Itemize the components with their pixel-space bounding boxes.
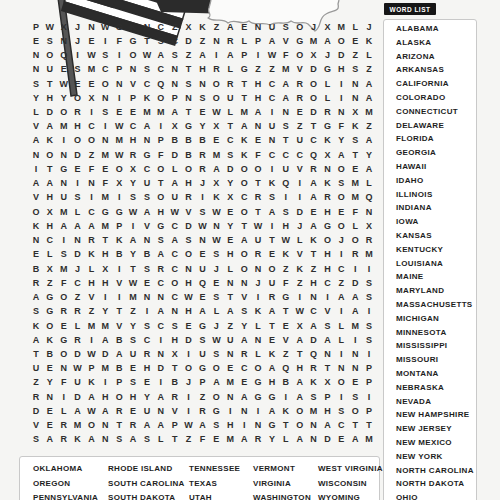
grid-cell[interactable]: X — [126, 162, 140, 176]
grid-cell[interactable]: N — [182, 262, 196, 276]
grid-cell[interactable]: W — [168, 205, 182, 219]
grid-cell[interactable]: N — [126, 63, 140, 77]
grid-cell[interactable]: E — [98, 162, 112, 176]
grid-cell[interactable]: I — [112, 191, 126, 205]
grid-cell[interactable]: A — [320, 419, 334, 433]
grid-cell[interactable]: L — [43, 248, 57, 262]
grid-cell[interactable]: I — [362, 347, 376, 361]
grid-cell[interactable]: X — [320, 376, 334, 390]
grid-cell[interactable]: O — [98, 77, 112, 91]
grid-cell[interactable]: Z — [85, 148, 99, 162]
grid-cell[interactable]: S — [168, 319, 182, 333]
grid-cell[interactable]: I — [112, 91, 126, 105]
grid-cell[interactable]: A — [71, 404, 85, 418]
grid-cell[interactable]: C — [320, 276, 334, 290]
grid-cell[interactable]: S — [140, 262, 154, 276]
grid-cell[interactable]: N — [251, 120, 265, 134]
grid-cell[interactable]: L — [334, 319, 348, 333]
grid-cell[interactable]: K — [293, 262, 307, 276]
grid-cell[interactable]: U — [223, 333, 237, 347]
grid-cell[interactable]: O — [57, 347, 71, 361]
grid-cell[interactable]: A — [154, 48, 168, 62]
grid-cell[interactable]: E — [348, 162, 362, 176]
grid-cell[interactable]: M — [362, 433, 376, 447]
grid-cell[interactable]: A — [154, 305, 168, 319]
grid-cell[interactable]: E — [71, 162, 85, 176]
grid-cell[interactable]: K — [196, 20, 210, 34]
grid-cell[interactable]: O — [237, 162, 251, 176]
grid-cell[interactable]: T — [265, 234, 279, 248]
grid-cell[interactable]: G — [154, 219, 168, 233]
grid-cell[interactable]: I — [182, 347, 196, 361]
grid-cell[interactable]: Q — [362, 191, 376, 205]
grid-cell[interactable]: M — [98, 362, 112, 376]
grid-cell[interactable]: I — [265, 219, 279, 233]
grid-cell[interactable]: H — [85, 276, 99, 290]
grid-cell[interactable]: M — [237, 105, 251, 119]
grid-cell[interactable]: J — [362, 20, 376, 34]
grid-cell[interactable]: I — [293, 191, 307, 205]
grid-cell[interactable]: H — [320, 262, 334, 276]
grid-cell[interactable]: Y — [223, 177, 237, 191]
grid-cell[interactable]: S — [57, 248, 71, 262]
grid-cell[interactable]: B — [112, 248, 126, 262]
grid-cell[interactable]: A — [237, 433, 251, 447]
grid-cell[interactable]: C — [168, 290, 182, 304]
grid-cell[interactable]: P — [168, 419, 182, 433]
grid-cell[interactable]: Z — [251, 63, 265, 77]
grid-cell[interactable]: C — [140, 333, 154, 347]
grid-cell[interactable]: T — [237, 219, 251, 233]
grid-cell[interactable]: D — [334, 48, 348, 62]
grid-cell[interactable]: C — [307, 134, 321, 148]
grid-cell[interactable]: X — [168, 120, 182, 134]
grid-cell[interactable]: S — [320, 319, 334, 333]
grid-cell[interactable]: F — [57, 276, 71, 290]
grid-cell[interactable]: N — [140, 134, 154, 148]
grid-cell[interactable]: C — [293, 148, 307, 162]
grid-cell[interactable]: R — [126, 419, 140, 433]
grid-cell[interactable]: E — [182, 319, 196, 333]
grid-cell[interactable]: A — [237, 234, 251, 248]
grid-cell[interactable]: H — [43, 91, 57, 105]
grid-cell[interactable]: H — [320, 248, 334, 262]
grid-cell[interactable]: F — [57, 376, 71, 390]
grid-cell[interactable]: E — [196, 105, 210, 119]
grid-cell[interactable]: A — [196, 48, 210, 62]
grid-cell[interactable]: M — [223, 376, 237, 390]
grid-cell[interactable]: H — [98, 390, 112, 404]
grid-cell[interactable]: V — [293, 63, 307, 77]
grid-cell[interactable]: O — [237, 262, 251, 276]
grid-cell[interactable]: N — [307, 290, 321, 304]
grid-cell[interactable]: O — [154, 162, 168, 176]
grid-cell[interactable]: W — [140, 48, 154, 62]
grid-cell[interactable]: Y — [126, 248, 140, 262]
grid-cell[interactable]: T — [112, 419, 126, 433]
grid-cell[interactable]: H — [223, 248, 237, 262]
grid-cell[interactable]: M — [98, 219, 112, 233]
grid-cell[interactable]: B — [168, 134, 182, 148]
grid-cell[interactable]: V — [293, 162, 307, 176]
grid-cell[interactable]: E — [265, 333, 279, 347]
grid-cell[interactable]: S — [279, 205, 293, 219]
grid-cell[interactable]: F — [279, 48, 293, 62]
grid-cell[interactable]: I — [348, 333, 362, 347]
grid-cell[interactable]: Y — [237, 319, 251, 333]
grid-cell[interactable]: S — [279, 120, 293, 134]
grid-cell[interactable]: S — [362, 276, 376, 290]
grid-cell[interactable]: N — [334, 362, 348, 376]
grid-cell[interactable]: B — [182, 148, 196, 162]
grid-cell[interactable]: S — [265, 191, 279, 205]
grid-cell[interactable]: T — [43, 77, 57, 91]
grid-cell[interactable]: V — [29, 419, 43, 433]
grid-cell[interactable]: D — [71, 390, 85, 404]
grid-cell[interactable]: N — [29, 148, 43, 162]
grid-cell[interactable]: I — [98, 290, 112, 304]
grid-cell[interactable]: R — [71, 105, 85, 119]
grid-cell[interactable]: C — [279, 148, 293, 162]
grid-cell[interactable]: K — [237, 134, 251, 148]
grid-cell[interactable]: J — [251, 276, 265, 290]
grid-cell[interactable]: O — [293, 404, 307, 418]
grid-cell[interactable]: X — [209, 120, 223, 134]
grid-cell[interactable]: R — [251, 433, 265, 447]
grid-cell[interactable]: T — [251, 177, 265, 191]
grid-cell[interactable]: P — [196, 376, 210, 390]
grid-cell[interactable]: S — [182, 234, 196, 248]
grid-cell[interactable]: U — [265, 276, 279, 290]
grid-cell[interactable]: R — [182, 191, 196, 205]
grid-cell[interactable]: H — [265, 376, 279, 390]
grid-cell[interactable]: J — [293, 219, 307, 233]
grid-cell[interactable]: J — [334, 234, 348, 248]
grid-cell[interactable]: X — [320, 148, 334, 162]
grid-cell[interactable]: E — [348, 34, 362, 48]
grid-cell[interactable]: P — [362, 404, 376, 418]
grid-cell[interactable]: T — [279, 305, 293, 319]
grid-cell[interactable]: O — [209, 390, 223, 404]
grid-cell[interactable]: K — [112, 234, 126, 248]
grid-cell[interactable]: I — [251, 290, 265, 304]
grid-cell[interactable]: A — [29, 177, 43, 191]
grid-cell[interactable]: G — [196, 362, 210, 376]
grid-cell[interactable]: X — [182, 20, 196, 34]
grid-cell[interactable]: P — [112, 376, 126, 390]
grid-cell[interactable]: C — [307, 305, 321, 319]
grid-cell[interactable]: O — [320, 234, 334, 248]
grid-cell[interactable]: K — [43, 333, 57, 347]
grid-cell[interactable]: O — [43, 48, 57, 62]
grid-cell[interactable]: T — [362, 419, 376, 433]
grid-cell[interactable]: C — [154, 276, 168, 290]
grid-cell[interactable]: A — [209, 162, 223, 176]
grid-cell[interactable]: R — [196, 162, 210, 176]
grid-cell[interactable]: D — [98, 347, 112, 361]
grid-cell[interactable]: A — [293, 433, 307, 447]
grid-cell[interactable]: A — [126, 433, 140, 447]
grid-cell[interactable]: U — [168, 191, 182, 205]
grid-cell[interactable]: N — [168, 77, 182, 91]
grid-cell[interactable]: I — [334, 347, 348, 361]
grid-cell[interactable]: A — [293, 333, 307, 347]
grid-cell[interactable]: A — [43, 120, 57, 134]
grid-cell[interactable]: O — [43, 148, 57, 162]
grid-cell[interactable]: A — [362, 134, 376, 148]
grid-cell[interactable]: T — [265, 319, 279, 333]
grid-cell[interactable]: K — [43, 134, 57, 148]
grid-cell[interactable]: T — [237, 77, 251, 91]
grid-cell[interactable]: Z — [209, 20, 223, 34]
grid-cell[interactable]: Z — [362, 63, 376, 77]
grid-cell[interactable]: V — [320, 305, 334, 319]
grid-cell[interactable]: O — [293, 48, 307, 62]
grid-cell[interactable]: H — [43, 191, 57, 205]
grid-cell[interactable]: S — [98, 105, 112, 119]
grid-cell[interactable]: J — [307, 20, 321, 34]
grid-cell[interactable]: A — [85, 219, 99, 233]
grid-cell[interactable]: X — [293, 319, 307, 333]
grid-cell[interactable]: N — [196, 77, 210, 91]
grid-cell[interactable]: X — [320, 20, 334, 34]
grid-cell[interactable]: M — [348, 191, 362, 205]
grid-cell[interactable]: V — [112, 319, 126, 333]
grid-cell[interactable]: J — [71, 34, 85, 48]
grid-cell[interactable]: E — [196, 290, 210, 304]
grid-cell[interactable]: K — [29, 319, 43, 333]
grid-cell[interactable]: G — [251, 376, 265, 390]
grid-cell[interactable]: S — [348, 63, 362, 77]
grid-cell[interactable]: G — [320, 120, 334, 134]
grid-cell[interactable]: A — [334, 148, 348, 162]
grid-cell[interactable]: S — [196, 205, 210, 219]
grid-cell[interactable]: A — [140, 205, 154, 219]
grid-cell[interactable]: I — [334, 248, 348, 262]
grid-cell[interactable]: Z — [85, 305, 99, 319]
grid-cell[interactable]: G — [265, 419, 279, 433]
grid-cell[interactable]: O — [182, 248, 196, 262]
grid-cell[interactable]: E — [29, 248, 43, 262]
grid-cell[interactable]: L — [209, 305, 223, 319]
grid-cell[interactable]: C — [265, 91, 279, 105]
grid-cell[interactable]: C — [140, 77, 154, 91]
grid-cell[interactable]: W — [182, 419, 196, 433]
grid-cell[interactable]: I — [320, 290, 334, 304]
grid-cell[interactable]: C — [168, 248, 182, 262]
grid-cell[interactable]: H — [98, 276, 112, 290]
grid-cell[interactable]: N — [98, 433, 112, 447]
grid-cell[interactable]: C — [154, 63, 168, 77]
grid-cell[interactable]: R — [29, 390, 43, 404]
grid-cell[interactable]: O — [112, 390, 126, 404]
grid-cell[interactable]: G — [320, 63, 334, 77]
grid-cell[interactable]: N — [182, 91, 196, 105]
grid-cell[interactable]: K — [279, 404, 293, 418]
grid-cell[interactable]: K — [362, 34, 376, 48]
grid-cell[interactable]: A — [279, 77, 293, 91]
grid-cell[interactable]: W — [251, 219, 265, 233]
grid-cell[interactable]: S — [29, 433, 43, 447]
grid-cell[interactable]: R — [85, 234, 99, 248]
grid-cell[interactable]: G — [320, 219, 334, 233]
grid-cell[interactable]: A — [265, 205, 279, 219]
grid-cell[interactable]: E — [140, 276, 154, 290]
grid-cell[interactable]: N — [348, 77, 362, 91]
grid-cell[interactable]: C — [168, 219, 182, 233]
grid-cell[interactable]: T — [168, 362, 182, 376]
grid-cell[interactable]: I — [98, 376, 112, 390]
grid-cell[interactable]: Z — [307, 262, 321, 276]
grid-cell[interactable]: H — [320, 205, 334, 219]
grid-cell[interactable]: M — [98, 319, 112, 333]
grid-cell[interactable]: O — [237, 248, 251, 262]
grid-cell[interactable]: E — [29, 34, 43, 48]
grid-cell[interactable]: E — [43, 362, 57, 376]
grid-cell[interactable]: O — [334, 34, 348, 48]
grid-cell[interactable]: A — [362, 91, 376, 105]
grid-cell[interactable]: O — [57, 105, 71, 119]
grid-cell[interactable]: I — [362, 305, 376, 319]
grid-cell[interactable]: S — [168, 48, 182, 62]
grid-cell[interactable]: K — [71, 433, 85, 447]
grid-cell[interactable]: P — [362, 362, 376, 376]
grid-cell[interactable]: C — [168, 262, 182, 276]
grid-cell[interactable]: Z — [43, 276, 57, 290]
grid-cell[interactable]: D — [307, 333, 321, 347]
grid-cell[interactable]: S — [140, 63, 154, 77]
grid-cell[interactable]: F — [334, 120, 348, 134]
grid-cell[interactable]: S — [348, 134, 362, 148]
grid-cell[interactable]: O — [154, 191, 168, 205]
grid-cell[interactable]: X — [209, 177, 223, 191]
grid-cell[interactable]: A — [29, 134, 43, 148]
grid-cell[interactable]: E — [293, 105, 307, 119]
grid-cell[interactable]: R — [71, 305, 85, 319]
grid-cell[interactable]: A — [293, 390, 307, 404]
grid-cell[interactable]: E — [307, 205, 321, 219]
grid-cell[interactable]: L — [71, 205, 85, 219]
grid-cell[interactable]: R — [320, 105, 334, 119]
grid-cell[interactable]: M — [348, 319, 362, 333]
grid-cell[interactable]: N — [140, 234, 154, 248]
grid-cell[interactable]: G — [43, 305, 57, 319]
grid-cell[interactable]: A — [196, 305, 210, 319]
grid-cell[interactable]: Z — [196, 390, 210, 404]
grid-cell[interactable]: A — [237, 390, 251, 404]
grid-cell[interactable]: H — [168, 333, 182, 347]
grid-cell[interactable]: K — [348, 120, 362, 134]
grid-cell[interactable]: E — [223, 362, 237, 376]
grid-cell[interactable]: H — [334, 63, 348, 77]
grid-cell[interactable]: X — [168, 347, 182, 361]
grid-cell[interactable]: U — [140, 177, 154, 191]
grid-cell[interactable]: E — [209, 433, 223, 447]
grid-cell[interactable]: S — [140, 191, 154, 205]
grid-cell[interactable]: I — [223, 404, 237, 418]
grid-cell[interactable]: O — [182, 362, 196, 376]
grid-cell[interactable]: D — [71, 347, 85, 361]
grid-cell[interactable]: W — [85, 48, 99, 62]
grid-cell[interactable]: O — [71, 134, 85, 148]
grid-cell[interactable]: Z — [362, 120, 376, 134]
grid-cell[interactable]: E — [209, 134, 223, 148]
grid-cell[interactable]: X — [98, 262, 112, 276]
grid-cell[interactable]: V — [293, 248, 307, 262]
grid-cell[interactable]: I — [57, 134, 71, 148]
grid-cell[interactable]: E — [57, 63, 71, 77]
grid-cell[interactable]: N — [29, 63, 43, 77]
grid-cell[interactable]: K — [251, 305, 265, 319]
grid-cell[interactable]: F — [98, 177, 112, 191]
grid-cell[interactable]: V — [279, 34, 293, 48]
grid-cell[interactable]: O — [307, 77, 321, 91]
grid-cell[interactable]: A — [85, 433, 99, 447]
grid-cell[interactable]: D — [182, 333, 196, 347]
grid-cell[interactable]: T — [182, 63, 196, 77]
grid-cell[interactable]: G — [196, 319, 210, 333]
grid-cell[interactable]: J — [320, 48, 334, 62]
grid-cell[interactable]: B — [140, 248, 154, 262]
grid-cell[interactable]: A — [320, 34, 334, 48]
grid-cell[interactable]: E — [223, 234, 237, 248]
grid-cell[interactable]: I — [140, 305, 154, 319]
grid-cell[interactable]: O — [348, 404, 362, 418]
grid-cell[interactable]: A — [57, 219, 71, 233]
grid-cell[interactable]: A — [362, 77, 376, 91]
grid-cell[interactable]: E — [126, 362, 140, 376]
grid-cell[interactable]: L — [293, 234, 307, 248]
grid-cell[interactable]: Q — [57, 48, 71, 62]
grid-cell[interactable]: W — [98, 20, 112, 34]
grid-cell[interactable]: Z — [279, 347, 293, 361]
grid-cell[interactable]: N — [209, 34, 223, 48]
grid-cell[interactable]: K — [307, 376, 321, 390]
grid-cell[interactable]: S — [112, 433, 126, 447]
grid-cell[interactable]: E — [334, 205, 348, 219]
grid-cell[interactable]: M — [348, 177, 362, 191]
grid-cell[interactable]: Y — [140, 390, 154, 404]
grid-cell[interactable]: N — [223, 390, 237, 404]
grid-cell[interactable]: I — [348, 262, 362, 276]
grid-cell[interactable]: Z — [196, 34, 210, 48]
grid-cell[interactable]: N — [307, 433, 321, 447]
grid-cell[interactable]: L — [57, 404, 71, 418]
grid-cell[interactable]: G — [265, 390, 279, 404]
grid-cell[interactable]: A — [265, 305, 279, 319]
grid-cell[interactable]: I — [154, 376, 168, 390]
grid-cell[interactable]: O — [348, 234, 362, 248]
grid-cell[interactable]: E — [223, 205, 237, 219]
grid-cell[interactable]: L — [85, 262, 99, 276]
grid-cell[interactable]: Z — [71, 290, 85, 304]
grid-cell[interactable]: O — [29, 205, 43, 219]
grid-cell[interactable]: B — [112, 362, 126, 376]
grid-cell[interactable]: K — [126, 20, 140, 34]
grid-cell[interactable]: O — [265, 262, 279, 276]
grid-cell[interactable]: O — [168, 276, 182, 290]
grid-cell[interactable]: G — [140, 148, 154, 162]
grid-cell[interactable]: A — [112, 347, 126, 361]
grid-cell[interactable]: A — [237, 120, 251, 134]
grid-cell[interactable]: G — [57, 333, 71, 347]
grid-cell[interactable]: Z — [265, 63, 279, 77]
grid-cell[interactable]: A — [85, 390, 99, 404]
grid-cell[interactable]: K — [209, 191, 223, 205]
grid-cell[interactable]: M — [57, 120, 71, 134]
grid-cell[interactable]: E — [209, 276, 223, 290]
grid-cell[interactable]: S — [362, 319, 376, 333]
